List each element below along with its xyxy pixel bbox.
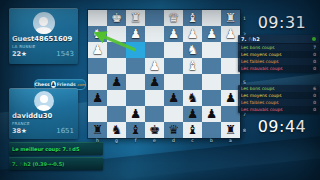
piece-white-b: ♝ [187,12,198,25]
avatar [33,12,55,34]
avatar-torso [35,27,51,34]
file-label-h: h [88,138,107,146]
square-c3[interactable]: ♞ [183,42,202,58]
move-quality-dot [312,37,316,41]
stat-row-2: Les moyens coups0 [238,92,319,99]
last-move-header: 7. ♘h2 [238,35,319,44]
chess-board[interactable]: ♚♜♛♝♜♞♟♟♟♟♟♟♞♟♝♟♟♟♟♞♟♟♟♟♜♞♝♚♛♝♜ [88,10,240,138]
stat-row-1: Les bons coups6 [238,85,319,92]
avatar [34,91,54,111]
piece-white-p: ♟ [206,28,217,41]
square-e5[interactable]: ♟ [145,74,164,90]
piece-black-p: ♟ [187,108,198,121]
square-f4[interactable] [126,58,145,74]
square-b1[interactable] [202,10,221,26]
square-c5[interactable] [183,74,202,90]
stat-value: 0 [313,93,316,98]
player-card-black: daviddu30 FRANCE 38★ 1651 [9,88,78,139]
stat-row-1: Les bons coups7 [238,44,319,51]
avatar-torso [36,105,51,111]
square-c1[interactable]: ♝ [183,10,202,26]
player-rating: 1543 [56,50,74,58]
square-h6[interactable]: ♟ [88,90,107,106]
piece-white-p: ♟ [149,60,160,73]
square-e7[interactable] [145,106,164,122]
piece-white-r: ♜ [225,12,236,25]
stat-value: 0 [313,52,316,57]
piece-black-p: ♟ [111,76,122,89]
square-a1[interactable]: ♜ [221,10,240,26]
square-h8[interactable]: ♜ [88,122,107,138]
player-rating: 1651 [56,127,74,135]
square-b3[interactable] [202,42,221,58]
piece-black-p: ♟ [225,92,236,105]
square-h1[interactable] [88,10,107,26]
square-a8[interactable]: ♜ [221,122,240,138]
square-c2[interactable]: ♟ [183,26,202,42]
square-b4[interactable] [202,58,221,74]
square-b5[interactable] [202,74,221,90]
square-c4[interactable]: ♝ [183,58,202,74]
best-move-text: Le meilleur coup: 7.♗d5 [12,146,79,152]
stat-value: 6 [313,86,316,91]
player-name: daviddu30 [9,112,78,120]
square-b7[interactable]: ♟ [202,106,221,122]
square-c7[interactable]: ♟ [183,106,202,122]
piece-black-b: ♝ [130,124,141,137]
piece-black-n: ♞ [111,124,122,137]
logo-text-dotcom: .com [77,83,86,87]
square-g6[interactable] [107,90,126,106]
file-label-f: f [126,138,145,146]
piece-black-p: ♟ [92,92,103,105]
square-f6[interactable] [126,90,145,106]
file-label-d: d [164,138,183,146]
black-clock: 09:44 [244,117,320,136]
square-g5[interactable]: ♟ [107,74,126,90]
square-h5[interactable] [88,74,107,90]
move-quality-panel-white: 7. ♘h2 Les bons coups7Les moyens coups0L… [238,35,319,72]
stat-label: Les moyens coups [241,52,281,57]
piece-white-p: ♟ [168,28,179,41]
piece-black-b: ♝ [187,124,198,137]
file-label-e: e [145,138,164,146]
stat-label: Les mauvais coups [241,107,283,112]
square-g2[interactable] [107,26,126,42]
square-d3[interactable] [164,42,183,58]
square-f1[interactable]: ♜ [126,10,145,26]
piece-white-n: ♞ [92,28,103,41]
square-f8[interactable]: ♝ [126,122,145,138]
avatar-head [40,95,48,103]
square-d7[interactable] [164,106,183,122]
square-h4[interactable] [88,58,107,74]
square-e2[interactable] [145,26,164,42]
stat-value: 0 [313,107,316,112]
piece-black-p: ♟ [206,108,217,121]
file-labels: hgfedcba [88,138,240,146]
white-clock: 09:31 [244,13,320,32]
square-f2[interactable]: ♟ [126,26,145,42]
square-d5[interactable] [164,74,183,90]
piece-black-p: ♟ [130,108,141,121]
piece-black-k: ♚ [149,124,160,137]
player-stars: 38★ [12,127,27,135]
square-f5[interactable] [126,74,145,90]
last-move-label: 7. ♘h2 [241,36,260,42]
stat-label: Les bons coups [241,45,275,50]
piece-white-q: ♛ [168,12,179,25]
square-g1[interactable]: ♚ [107,10,126,26]
stat-row-3: Les faibles coups0 [238,99,319,106]
square-d2[interactable]: ♟ [164,26,183,42]
logo-text-chess: Chess [34,82,49,87]
move-quality-panel-black: Les bons coups6Les moyens coups0Les faib… [238,85,319,113]
file-label-c: c [183,138,202,146]
square-g7[interactable] [107,106,126,122]
square-b6[interactable] [202,90,221,106]
square-f7[interactable]: ♟ [126,106,145,122]
stat-label: Les moyens coups [241,93,281,98]
square-h2[interactable]: ♞ [88,26,107,42]
played-move-eval-text: 7. ♘h2 (0.39→-0.5) [12,161,64,167]
pawn-icon: ♟ [51,81,56,88]
square-g4[interactable] [107,58,126,74]
piece-white-p: ♟ [187,28,198,41]
piece-black-p: ♟ [168,92,179,105]
square-e4[interactable]: ♟ [145,58,164,74]
stat-label: Les faibles coups [241,59,279,64]
file-label-b: b [202,138,221,146]
square-e3[interactable] [145,42,164,58]
piece-white-n: ♞ [187,44,198,57]
stat-row-3: Les faibles coups0 [238,58,319,65]
logo-text-friends: Friends [57,82,76,87]
piece-black-r: ♜ [225,124,236,137]
square-f3[interactable] [126,42,145,58]
stat-label: Les faibles coups [241,100,279,105]
square-d6[interactable]: ♟ [164,90,183,106]
piece-white-k: ♚ [111,12,122,25]
square-g3[interactable] [107,42,126,58]
stat-label: Les bons coups [241,86,275,91]
square-h7[interactable] [88,106,107,122]
square-b2[interactable]: ♟ [202,26,221,42]
stat-value: 7 [313,45,316,50]
piece-black-p: ♟ [149,76,160,89]
square-c6[interactable]: ♞ [183,90,202,106]
square-e6[interactable] [145,90,164,106]
square-e8[interactable]: ♚ [145,122,164,138]
square-d1[interactable]: ♛ [164,10,183,26]
stat-row-4: Les mauvais coups0 [238,106,319,113]
stat-value: 0 [313,66,316,71]
piece-white-p: ♟ [130,28,141,41]
player-name: Guest48651609 [9,35,78,43]
avatar-head [39,17,48,26]
app-window: Guest48651609 LA RUSSIE 22★ 1543 Chess ♟… [0,0,320,180]
piece-white-p: ♟ [225,28,236,41]
square-g8[interactable]: ♞ [107,122,126,138]
file-label-a: a [221,138,240,146]
square-c8[interactable]: ♝ [183,122,202,138]
piece-black-n: ♞ [187,92,198,105]
square-d4[interactable] [164,58,183,74]
piece-white-p: ♟ [92,44,103,57]
stat-label: Les mauvais coups [241,66,283,71]
stat-row-2: Les moyens coups0 [238,51,319,58]
stat-value: 0 [313,59,316,64]
piece-black-q: ♛ [168,124,179,137]
square-h3[interactable]: ♟ [88,42,107,58]
piece-white-b: ♝ [187,60,198,73]
piece-white-r: ♜ [130,12,141,25]
square-b8[interactable] [202,122,221,138]
player-stars: 22★ [12,50,27,58]
square-d8[interactable]: ♛ [164,122,183,138]
stat-value: 0 [313,100,316,105]
piece-black-r: ♜ [92,124,103,137]
played-move-eval-panel: 7. ♘h2 (0.39→-0.5) [9,157,103,170]
square-e1[interactable] [145,10,164,26]
stat-row-4: Les mauvais coups0 [238,65,319,72]
file-label-g: g [107,138,126,146]
player-card-white: Guest48651609 LA RUSSIE 22★ 1543 [9,8,78,64]
